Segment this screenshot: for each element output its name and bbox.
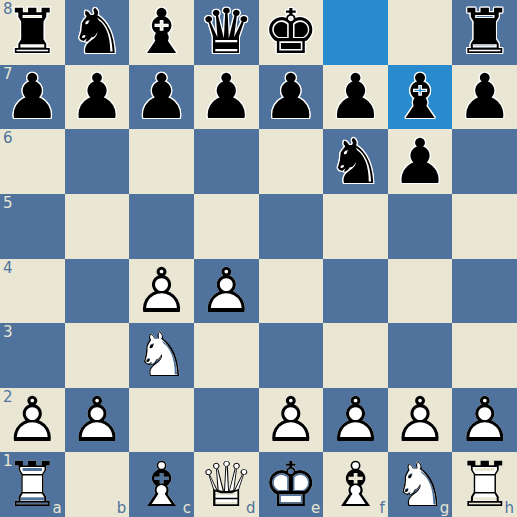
square-e2[interactable]: ♟♙: [259, 388, 324, 453]
piece-fill-layer: ♟: [259, 65, 324, 130]
piece-white-pawn-e2[interactable]: ♟♙: [259, 388, 324, 453]
file-label-d: d: [246, 501, 256, 516]
file-label-b: b: [117, 501, 127, 516]
piece-black-bishop-c8[interactable]: ♝♝: [129, 0, 194, 65]
square-e1[interactable]: e♚♔: [259, 452, 324, 517]
piece-glyph: ♘: [129, 323, 194, 388]
piece-glyph: ♙: [129, 259, 194, 324]
piece-glyph: ♗: [323, 452, 388, 517]
piece-glyph: ♟: [323, 65, 388, 130]
piece-glyph: ♞: [65, 0, 130, 65]
piece-fill-layer: ♞: [65, 0, 130, 65]
piece-black-pawn-e7[interactable]: ♟♟: [259, 65, 324, 130]
square-d7[interactable]: ♟♟: [194, 65, 259, 130]
square-e3[interactable]: [259, 323, 324, 388]
piece-fill-layer: ♚: [259, 0, 324, 65]
piece-fill-layer: ♟: [65, 388, 130, 453]
square-g7[interactable]: ♝♝: [388, 65, 453, 130]
square-f1[interactable]: f♝♗: [323, 452, 388, 517]
piece-glyph: ♛: [194, 0, 259, 65]
square-h4[interactable]: [452, 259, 517, 324]
piece-glyph: ♙: [452, 388, 517, 453]
file-label-e: e: [311, 501, 320, 516]
piece-fill-layer: ♟: [194, 259, 259, 324]
square-e8[interactable]: ♚♚: [259, 0, 324, 65]
square-f8[interactable]: [323, 0, 388, 65]
piece-black-pawn-d7[interactable]: ♟♟: [194, 65, 259, 130]
rank-label-7: 7: [3, 67, 13, 82]
piece-fill-layer: ♞: [323, 129, 388, 194]
piece-fill-layer: ♟: [452, 65, 517, 130]
square-b6[interactable]: [65, 129, 130, 194]
file-label-c: c: [183, 501, 191, 516]
file-label-a: a: [52, 501, 61, 516]
square-a2[interactable]: 2♟♙: [0, 388, 65, 453]
square-h7[interactable]: ♟♟: [452, 65, 517, 130]
square-h1[interactable]: h♜♖: [452, 452, 517, 517]
piece-black-rook-h8[interactable]: ♜♜: [452, 0, 517, 65]
piece-glyph: ♙: [259, 388, 324, 453]
piece-fill-layer: ♛: [194, 0, 259, 65]
piece-black-king-e8[interactable]: ♚♚: [259, 0, 324, 65]
piece-black-pawn-c7[interactable]: ♟♟: [129, 65, 194, 130]
square-c6[interactable]: [129, 129, 194, 194]
square-e4[interactable]: [259, 259, 324, 324]
rank-label-8: 8: [3, 2, 13, 17]
square-f4[interactable]: [323, 259, 388, 324]
square-g5[interactable]: [388, 194, 453, 259]
piece-white-pawn-g2[interactable]: ♟♙: [388, 388, 453, 453]
square-h8[interactable]: ♜♜: [452, 0, 517, 65]
piece-glyph: ♜: [452, 0, 517, 65]
square-b4[interactable]: [65, 259, 130, 324]
piece-fill-layer: ♟: [129, 259, 194, 324]
piece-fill-layer: ♟: [323, 388, 388, 453]
piece-fill-layer: ♟: [259, 388, 324, 453]
rank-label-5: 5: [3, 196, 13, 211]
square-b7[interactable]: ♟♟: [65, 65, 130, 130]
rank-label-4: 4: [3, 261, 13, 276]
piece-fill-layer: ♟: [452, 388, 517, 453]
piece-glyph: ♟: [452, 65, 517, 130]
square-g3[interactable]: [388, 323, 453, 388]
square-f7[interactable]: ♟♟: [323, 65, 388, 130]
square-b8[interactable]: ♞♞: [65, 0, 130, 65]
square-c2[interactable]: [129, 388, 194, 453]
piece-black-pawn-h7[interactable]: ♟♟: [452, 65, 517, 130]
square-d3[interactable]: [194, 323, 259, 388]
square-a6[interactable]: 6: [0, 129, 65, 194]
piece-fill-layer: ♜: [452, 0, 517, 65]
square-e5[interactable]: [259, 194, 324, 259]
piece-glyph: ♙: [194, 259, 259, 324]
square-e7[interactable]: ♟♟: [259, 65, 324, 130]
piece-fill-layer: ♝: [388, 65, 453, 130]
square-h3[interactable]: [452, 323, 517, 388]
square-d5[interactable]: [194, 194, 259, 259]
rank-label-1: 1: [3, 454, 13, 469]
rank-label-2: 2: [3, 390, 13, 405]
square-c7[interactable]: ♟♟: [129, 65, 194, 130]
piece-glyph: ♟: [259, 65, 324, 130]
piece-white-pawn-f2[interactable]: ♟♙: [323, 388, 388, 453]
square-b5[interactable]: [65, 194, 130, 259]
piece-black-knight-f6[interactable]: ♞♞: [323, 129, 388, 194]
piece-fill-layer: ♟: [65, 65, 130, 130]
square-d2[interactable]: [194, 388, 259, 453]
square-g4[interactable]: [388, 259, 453, 324]
square-g8[interactable]: [388, 0, 453, 65]
piece-fill-layer: ♟: [388, 388, 453, 453]
square-a7[interactable]: 7♟♟: [0, 65, 65, 130]
square-g2[interactable]: ♟♙: [388, 388, 453, 453]
piece-fill-layer: ♞: [129, 323, 194, 388]
file-label-f: f: [379, 501, 384, 516]
square-c1[interactable]: c♝♗: [129, 452, 194, 517]
square-c3[interactable]: ♞♘: [129, 323, 194, 388]
piece-glyph: ♟: [65, 65, 130, 130]
piece-black-pawn-f7[interactable]: ♟♟: [323, 65, 388, 130]
piece-white-pawn-h2[interactable]: ♟♙: [452, 388, 517, 453]
piece-fill-layer: ♝: [129, 0, 194, 65]
piece-glyph: ♝: [388, 65, 453, 130]
piece-black-knight-b8[interactable]: ♞♞: [65, 0, 130, 65]
square-b3[interactable]: [65, 323, 130, 388]
piece-black-pawn-g6[interactable]: ♟♟: [388, 129, 453, 194]
piece-glyph: ♟: [388, 129, 453, 194]
piece-glyph: ♟: [129, 65, 194, 130]
piece-black-queen-d8[interactable]: ♛♛: [194, 0, 259, 65]
square-d4[interactable]: ♟♙: [194, 259, 259, 324]
piece-glyph: ♚: [259, 0, 324, 65]
rank-label-3: 3: [3, 325, 13, 340]
piece-fill-layer: ♟: [194, 65, 259, 130]
piece-white-pawn-b2[interactable]: ♟♙: [65, 388, 130, 453]
piece-glyph: ♙: [388, 388, 453, 453]
square-c8[interactable]: ♝♝: [129, 0, 194, 65]
square-a1[interactable]: 1a♜♖: [0, 452, 65, 517]
piece-glyph: ♞: [323, 129, 388, 194]
square-h5[interactable]: [452, 194, 517, 259]
square-a8[interactable]: 8♜♜: [0, 0, 65, 65]
chess-board: 8♜♜♞♞♝♝♛♛♚♚♜♜7♟♟♟♟♟♟♟♟♟♟♟♟♝♝♟♟6♞♞♟♟54♟♙♟…: [0, 0, 517, 517]
piece-black-pawn-b7[interactable]: ♟♟: [65, 65, 130, 130]
square-f6[interactable]: ♞♞: [323, 129, 388, 194]
piece-fill-layer: ♝: [323, 452, 388, 517]
square-h2[interactable]: ♟♙: [452, 388, 517, 453]
piece-glyph: ♝: [129, 0, 194, 65]
square-f2[interactable]: ♟♙: [323, 388, 388, 453]
square-b2[interactable]: ♟♙: [65, 388, 130, 453]
square-f5[interactable]: [323, 194, 388, 259]
square-g6[interactable]: ♟♟: [388, 129, 453, 194]
piece-fill-layer: ♟: [323, 65, 388, 130]
piece-white-pawn-c4[interactable]: ♟♙: [129, 259, 194, 324]
square-a4[interactable]: 4: [0, 259, 65, 324]
piece-glyph: ♟: [194, 65, 259, 130]
square-e6[interactable]: [259, 129, 324, 194]
square-f3[interactable]: [323, 323, 388, 388]
square-a3[interactable]: 3: [0, 323, 65, 388]
rank-label-6: 6: [3, 131, 13, 146]
piece-black-bishop-g7[interactable]: ♝♝: [388, 65, 453, 130]
square-d1[interactable]: d♛♕: [194, 452, 259, 517]
square-a5[interactable]: 5: [0, 194, 65, 259]
piece-white-knight-c3[interactable]: ♞♘: [129, 323, 194, 388]
square-b1[interactable]: b: [65, 452, 130, 517]
square-d8[interactable]: ♛♛: [194, 0, 259, 65]
square-c5[interactable]: [129, 194, 194, 259]
square-d6[interactable]: [194, 129, 259, 194]
piece-fill-layer: ♟: [129, 65, 194, 130]
square-h6[interactable]: [452, 129, 517, 194]
piece-glyph: ♙: [323, 388, 388, 453]
file-label-h: h: [504, 501, 514, 516]
piece-glyph: ♙: [65, 388, 130, 453]
file-label-g: g: [440, 501, 450, 516]
square-c4[interactable]: ♟♙: [129, 259, 194, 324]
piece-fill-layer: ♟: [388, 129, 453, 194]
piece-white-bishop-f1[interactable]: ♝♗: [323, 452, 388, 517]
piece-white-pawn-d4[interactable]: ♟♙: [194, 259, 259, 324]
square-g1[interactable]: g♞♘: [388, 452, 453, 517]
